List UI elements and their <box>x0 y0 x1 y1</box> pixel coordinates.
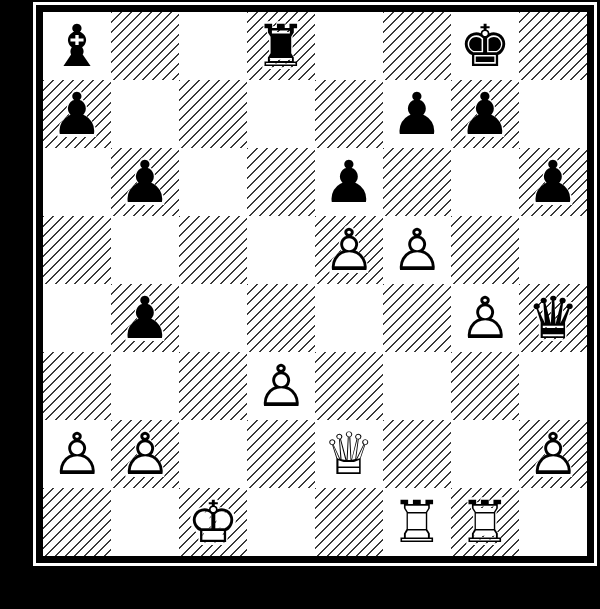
square-g4[interactable]: ♟♟♙ <box>451 284 519 352</box>
square-e6[interactable]: ♟♟ <box>315 148 383 216</box>
square-c2[interactable] <box>179 420 247 488</box>
white-rook-glyph: ♖ <box>459 488 511 556</box>
black-pawn-e6: ♟♟ <box>315 148 383 216</box>
square-f3[interactable] <box>383 352 451 420</box>
square-c3[interactable] <box>179 352 247 420</box>
square-f1[interactable]: ♜♜♖ <box>383 488 451 556</box>
white-pawn-h2: ♟♟♙ <box>519 420 587 488</box>
square-h4[interactable]: ♛♛ <box>519 284 587 352</box>
white-queen-glyph: ♕ <box>323 420 375 488</box>
white-pawn-glyph: ♙ <box>459 284 511 352</box>
white-pawn-glyph: ♙ <box>255 352 307 420</box>
square-b8[interactable] <box>111 12 179 80</box>
square-a5[interactable] <box>43 216 111 284</box>
black-rook-d8: ♜♜ <box>247 12 315 80</box>
black-queen-glyph: ♛ <box>527 284 579 352</box>
square-c4[interactable] <box>179 284 247 352</box>
white-king-glyph: ♔ <box>187 488 239 556</box>
square-f5[interactable]: ♟♟♙ <box>383 216 451 284</box>
square-h6[interactable]: ♟♟ <box>519 148 587 216</box>
black-pawn-glyph: ♟ <box>391 80 443 148</box>
black-pawn-glyph: ♟ <box>459 80 511 148</box>
white-pawn-d3: ♟♟♙ <box>247 352 315 420</box>
chessboard-border: ♝♝♜♜♚♚♟♟♟♟♟♟♟♟♟♟♟♟♟♟♙♟♟♙♟♟♟♟♙♛♛♟♟♙♟♟♙♟♟♙… <box>36 5 594 563</box>
black-bishop-glyph: ♝ <box>51 12 103 80</box>
square-g6[interactable] <box>451 148 519 216</box>
white-rook-glyph: ♖ <box>391 488 443 556</box>
white-rook-g1: ♜♜♖ <box>451 488 519 556</box>
square-d6[interactable] <box>247 148 315 216</box>
square-g7[interactable]: ♟♟ <box>451 80 519 148</box>
black-queen-h4: ♛♛ <box>519 284 587 352</box>
square-d7[interactable] <box>247 80 315 148</box>
square-f6[interactable] <box>383 148 451 216</box>
black-pawn-f7: ♟♟ <box>383 80 451 148</box>
square-h8[interactable] <box>519 12 587 80</box>
square-e8[interactable] <box>315 12 383 80</box>
square-f4[interactable] <box>383 284 451 352</box>
white-pawn-glyph: ♙ <box>527 420 579 488</box>
square-a4[interactable] <box>43 284 111 352</box>
square-c6[interactable] <box>179 148 247 216</box>
square-a8[interactable]: ♝♝ <box>43 12 111 80</box>
square-h2[interactable]: ♟♟♙ <box>519 420 587 488</box>
square-e1[interactable] <box>315 488 383 556</box>
square-a7[interactable]: ♟♟ <box>43 80 111 148</box>
square-d3[interactable]: ♟♟♙ <box>247 352 315 420</box>
white-rook-f1: ♜♜♖ <box>383 488 451 556</box>
square-f7[interactable]: ♟♟ <box>383 80 451 148</box>
white-pawn-f5: ♟♟♙ <box>383 216 451 284</box>
square-b5[interactable] <box>111 216 179 284</box>
square-c8[interactable] <box>179 12 247 80</box>
square-h7[interactable] <box>519 80 587 148</box>
square-h5[interactable] <box>519 216 587 284</box>
square-e4[interactable] <box>315 284 383 352</box>
square-d4[interactable] <box>247 284 315 352</box>
square-b2[interactable]: ♟♟♙ <box>111 420 179 488</box>
white-pawn-b2: ♟♟♙ <box>111 420 179 488</box>
square-d5[interactable] <box>247 216 315 284</box>
white-pawn-glyph: ♙ <box>51 420 103 488</box>
black-pawn-g7: ♟♟ <box>451 80 519 148</box>
square-a2[interactable]: ♟♟♙ <box>43 420 111 488</box>
white-pawn-glyph: ♙ <box>323 216 375 284</box>
square-a1[interactable] <box>43 488 111 556</box>
black-pawn-b6: ♟♟ <box>111 148 179 216</box>
square-e5[interactable]: ♟♟♙ <box>315 216 383 284</box>
square-b1[interactable] <box>111 488 179 556</box>
black-bishop-a8: ♝♝ <box>43 12 111 80</box>
square-d8[interactable]: ♜♜ <box>247 12 315 80</box>
white-pawn-g4: ♟♟♙ <box>451 284 519 352</box>
square-h3[interactable] <box>519 352 587 420</box>
square-c1[interactable]: ♚♚♔ <box>179 488 247 556</box>
black-pawn-a7: ♟♟ <box>43 80 111 148</box>
white-pawn-e5: ♟♟♙ <box>315 216 383 284</box>
square-b3[interactable] <box>111 352 179 420</box>
square-g8[interactable]: ♚♚ <box>451 12 519 80</box>
square-e2[interactable]: ♛♛♕ <box>315 420 383 488</box>
square-g1[interactable]: ♜♜♖ <box>451 488 519 556</box>
square-b4[interactable]: ♟♟ <box>111 284 179 352</box>
black-pawn-glyph: ♟ <box>323 148 375 216</box>
square-b6[interactable]: ♟♟ <box>111 148 179 216</box>
square-g5[interactable] <box>451 216 519 284</box>
square-e3[interactable] <box>315 352 383 420</box>
square-e7[interactable] <box>315 80 383 148</box>
square-f2[interactable] <box>383 420 451 488</box>
black-pawn-glyph: ♟ <box>119 148 171 216</box>
square-c5[interactable] <box>179 216 247 284</box>
square-d1[interactable] <box>247 488 315 556</box>
black-pawn-glyph: ♟ <box>119 284 171 352</box>
square-g3[interactable] <box>451 352 519 420</box>
chessboard: ♝♝♜♜♚♚♟♟♟♟♟♟♟♟♟♟♟♟♟♟♙♟♟♙♟♟♟♟♙♛♛♟♟♙♟♟♙♟♟♙… <box>43 12 587 556</box>
square-h1[interactable] <box>519 488 587 556</box>
black-pawn-b4: ♟♟ <box>111 284 179 352</box>
square-d2[interactable] <box>247 420 315 488</box>
black-king-glyph: ♚ <box>459 12 511 80</box>
white-queen-e2: ♛♛♕ <box>315 420 383 488</box>
black-pawn-glyph: ♟ <box>51 80 103 148</box>
black-pawn-glyph: ♟ <box>527 148 579 216</box>
square-c7[interactable] <box>179 80 247 148</box>
chessboard-frame: ♝♝♜♜♚♚♟♟♟♟♟♟♟♟♟♟♟♟♟♟♙♟♟♙♟♟♟♟♙♛♛♟♟♙♟♟♙♟♟♙… <box>33 2 597 566</box>
white-pawn-glyph: ♙ <box>391 216 443 284</box>
square-a6[interactable] <box>43 148 111 216</box>
black-king-g8: ♚♚ <box>451 12 519 80</box>
square-f8[interactable] <box>383 12 451 80</box>
black-rook-glyph: ♜ <box>255 12 307 80</box>
square-a3[interactable] <box>43 352 111 420</box>
white-king-c1: ♚♚♔ <box>179 488 247 556</box>
white-pawn-glyph: ♙ <box>119 420 171 488</box>
black-pawn-h6: ♟♟ <box>519 148 587 216</box>
white-pawn-a2: ♟♟♙ <box>43 420 111 488</box>
square-b7[interactable] <box>111 80 179 148</box>
square-g2[interactable] <box>451 420 519 488</box>
